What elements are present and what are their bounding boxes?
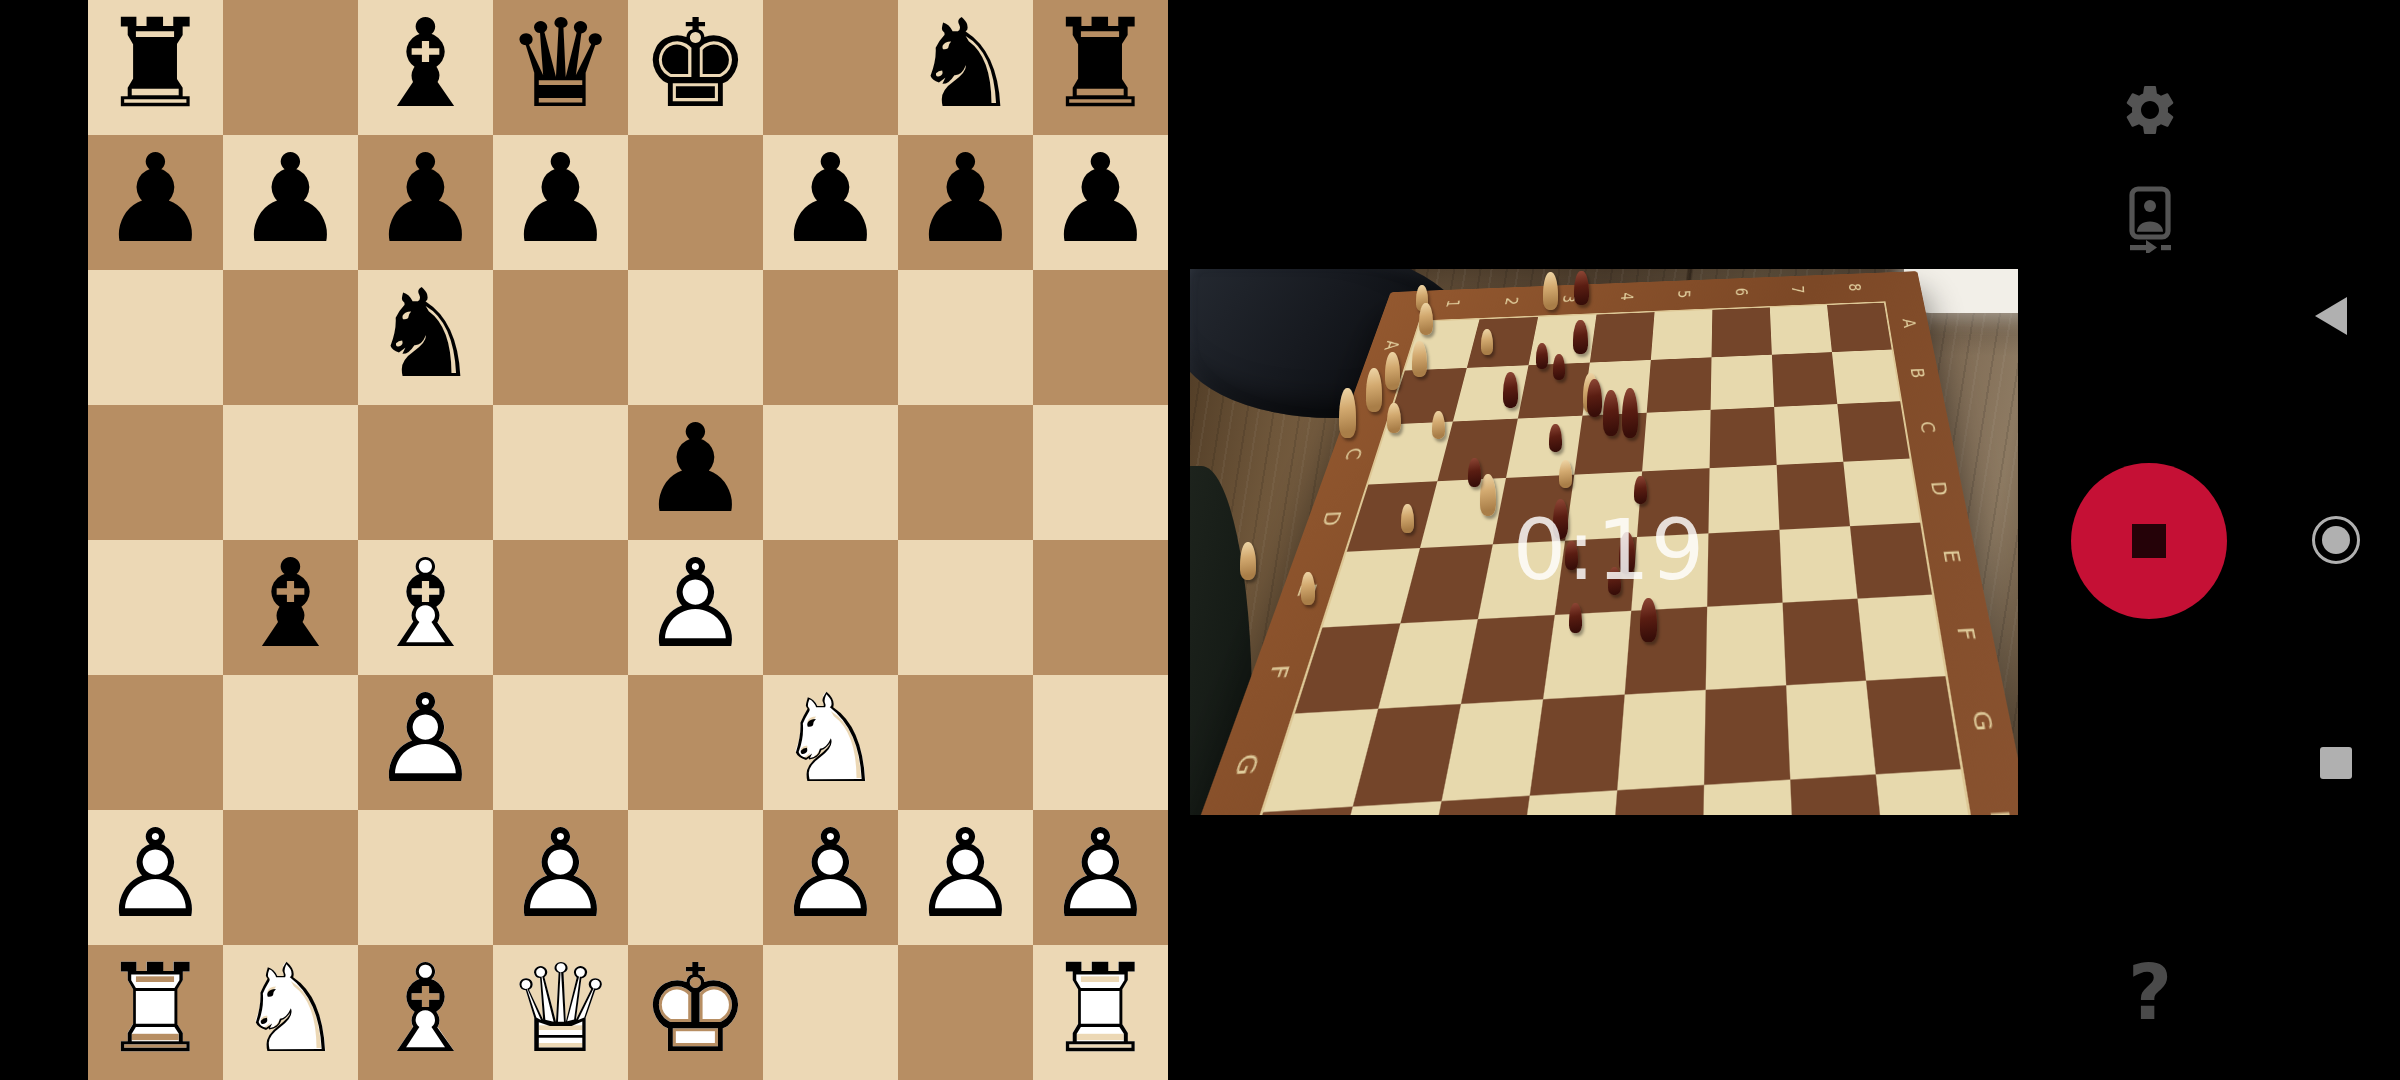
white-rook: ♜♖: [1033, 945, 1168, 1080]
photo-piece-dark: [1603, 390, 1619, 436]
white-pawn: ♟♙: [1033, 810, 1168, 945]
photo-piece-dark: [1640, 598, 1657, 642]
square-g3[interactable]: [898, 675, 1033, 810]
square-e2[interactable]: [628, 810, 763, 945]
square-d1[interactable]: ♛♕: [493, 945, 628, 1080]
square-g4[interactable]: [898, 540, 1033, 675]
recording-timer: 0:19: [1513, 501, 1706, 599]
square-b6[interactable]: [223, 270, 358, 405]
square-c6[interactable]: ♞: [358, 270, 493, 405]
photo-import-icon[interactable]: [2124, 185, 2176, 253]
square-a8[interactable]: ♜: [88, 0, 223, 135]
photo-piece-white: [1412, 341, 1427, 377]
square-h7[interactable]: ♟: [1033, 135, 1168, 270]
settings-gear-icon[interactable]: [2120, 80, 2180, 140]
square-a5[interactable]: [88, 405, 223, 540]
white-pawn: ♟♙: [898, 810, 1033, 945]
square-b3[interactable]: [223, 675, 358, 810]
square-c1[interactable]: ♝♗: [358, 945, 493, 1080]
app-screen: ♜♝♛♚♞♜♟♟♟♟♟♟♟♞♟♝♝♗♟♙♟♙♞♘♟♙♟♙♟♙♟♙♟♙♜♖♞♘♝♗…: [0, 0, 2400, 1080]
square-c2[interactable]: [358, 810, 493, 945]
android-back-icon[interactable]: [2315, 297, 2347, 335]
square-g8[interactable]: ♞: [898, 0, 1033, 135]
square-g7[interactable]: ♟: [898, 135, 1033, 270]
white-pawn: ♟♙: [358, 675, 493, 810]
black-rook: ♜: [88, 0, 223, 135]
square-a2[interactable]: ♟♙: [88, 810, 223, 945]
photo-piece-white: [1240, 542, 1256, 580]
photo-piece-white: [1401, 504, 1414, 533]
photo-piece-dark: [1553, 354, 1565, 380]
photo-piece-white: [1480, 474, 1496, 516]
square-d5[interactable]: [493, 405, 628, 540]
square-e3[interactable]: [628, 675, 763, 810]
square-a7[interactable]: ♟: [88, 135, 223, 270]
square-g2[interactable]: ♟♙: [898, 810, 1033, 945]
white-queen: ♛♕: [493, 945, 628, 1080]
stop-recording-button[interactable]: [2071, 463, 2227, 619]
black-bishop: ♝: [358, 0, 493, 135]
photo-piece-dark: [1573, 320, 1588, 354]
black-pawn: ♟: [88, 135, 223, 270]
black-pawn: ♟: [628, 405, 763, 540]
white-pawn: ♟♙: [763, 810, 898, 945]
black-pawn: ♟: [898, 135, 1033, 270]
square-h6[interactable]: [1033, 270, 1168, 405]
square-g6[interactable]: [898, 270, 1033, 405]
square-f1[interactable]: [763, 945, 898, 1080]
white-pawn: ♟♙: [493, 810, 628, 945]
square-d3[interactable]: [493, 675, 628, 810]
white-knight: ♞♘: [763, 675, 898, 810]
square-a1[interactable]: ♜♖: [88, 945, 223, 1080]
square-c7[interactable]: ♟: [358, 135, 493, 270]
camera-preview: ABCDEFGH ABCDEFGH 12345678 12345678 0:19: [1190, 269, 2018, 815]
square-e1[interactable]: ♚♔: [628, 945, 763, 1080]
photo-piece-dark: [1569, 603, 1582, 633]
square-f4[interactable]: [763, 540, 898, 675]
black-pawn: ♟: [763, 135, 898, 270]
square-h5[interactable]: [1033, 405, 1168, 540]
square-e8[interactable]: ♚: [628, 0, 763, 135]
square-b7[interactable]: ♟: [223, 135, 358, 270]
square-b1[interactable]: ♞♘: [223, 945, 358, 1080]
square-c4[interactable]: ♝♗: [358, 540, 493, 675]
digital-board: ♜♝♛♚♞♜♟♟♟♟♟♟♟♞♟♝♝♗♟♙♟♙♞♘♟♙♟♙♟♙♟♙♟♙♜♖♞♘♝♗…: [88, 0, 1168, 1080]
square-c8[interactable]: ♝: [358, 0, 493, 135]
white-king: ♚♔: [628, 945, 763, 1080]
help-button[interactable]: ?: [2128, 948, 2172, 1037]
square-d4[interactable]: [493, 540, 628, 675]
square-f6[interactable]: [763, 270, 898, 405]
square-d7[interactable]: ♟: [493, 135, 628, 270]
square-c5[interactable]: [358, 405, 493, 540]
photo-piece-white: [1385, 352, 1400, 390]
android-home-icon[interactable]: [2312, 516, 2360, 564]
photo-piece-white: [1387, 403, 1401, 433]
square-f2[interactable]: ♟♙: [763, 810, 898, 945]
white-knight: ♞♘: [223, 945, 358, 1080]
square-f5[interactable]: [763, 405, 898, 540]
white-bishop: ♝♗: [358, 540, 493, 675]
black-pawn: ♟: [1033, 135, 1168, 270]
square-f8[interactable]: [763, 0, 898, 135]
square-e4[interactable]: ♟♙: [628, 540, 763, 675]
square-h1[interactable]: ♜♖: [1033, 945, 1168, 1080]
photo-piece-white: [1543, 272, 1558, 310]
black-pawn: ♟: [223, 135, 358, 270]
white-pawn: ♟♙: [88, 810, 223, 945]
square-d8[interactable]: ♛: [493, 0, 628, 135]
square-c3[interactable]: ♟♙: [358, 675, 493, 810]
photo-piece-dark: [1503, 372, 1518, 408]
square-a4[interactable]: [88, 540, 223, 675]
square-e5[interactable]: ♟: [628, 405, 763, 540]
black-king: ♚: [628, 0, 763, 135]
photo-piece-white: [1366, 368, 1382, 412]
white-pawn: ♟♙: [628, 540, 763, 675]
square-f7[interactable]: ♟: [763, 135, 898, 270]
square-a3[interactable]: [88, 675, 223, 810]
black-bishop: ♝: [223, 540, 358, 675]
black-queen: ♛: [493, 0, 628, 135]
photo-piece-dark: [1574, 271, 1589, 305]
photo-piece-dark: [1536, 343, 1548, 369]
photo-piece-dark: [1549, 424, 1562, 452]
photo-piece-white: [1481, 329, 1493, 355]
square-h2[interactable]: ♟♙: [1033, 810, 1168, 945]
photo-piece-dark: [1468, 458, 1481, 487]
stop-icon: [2132, 524, 2166, 558]
photo-piece-dark: [1622, 388, 1638, 438]
square-b2[interactable]: [223, 810, 358, 945]
black-pawn: ♟: [493, 135, 628, 270]
square-a6[interactable]: [88, 270, 223, 405]
square-b8[interactable]: [223, 0, 358, 135]
square-h3[interactable]: [1033, 675, 1168, 810]
black-knight: ♞: [358, 270, 493, 405]
square-h8[interactable]: ♜: [1033, 0, 1168, 135]
white-rook: ♜♖: [88, 945, 223, 1080]
square-h4[interactable]: [1033, 540, 1168, 675]
home-circle-dot: [2322, 526, 2350, 554]
black-pawn: ♟: [358, 135, 493, 270]
square-d2[interactable]: ♟♙: [493, 810, 628, 945]
square-g1[interactable]: [898, 945, 1033, 1080]
photo-piece-white: [1339, 388, 1356, 438]
android-recents-icon[interactable]: [2320, 747, 2352, 779]
photo-piece-white: [1432, 411, 1445, 439]
photo-piece-white: [1419, 303, 1433, 335]
square-b5[interactable]: [223, 405, 358, 540]
white-bishop: ♝♗: [358, 945, 493, 1080]
photo-piece-white: [1559, 460, 1572, 488]
square-e6[interactable]: [628, 270, 763, 405]
square-e7[interactable]: [628, 135, 763, 270]
square-f3[interactable]: ♞♘: [763, 675, 898, 810]
photo-piece-dark: [1587, 379, 1602, 417]
square-b4[interactable]: ♝: [223, 540, 358, 675]
square-d6[interactable]: [493, 270, 628, 405]
black-knight: ♞: [898, 0, 1033, 135]
black-rook: ♜: [1033, 0, 1168, 135]
square-g5[interactable]: [898, 405, 1033, 540]
photo-piece-white: [1301, 572, 1315, 605]
